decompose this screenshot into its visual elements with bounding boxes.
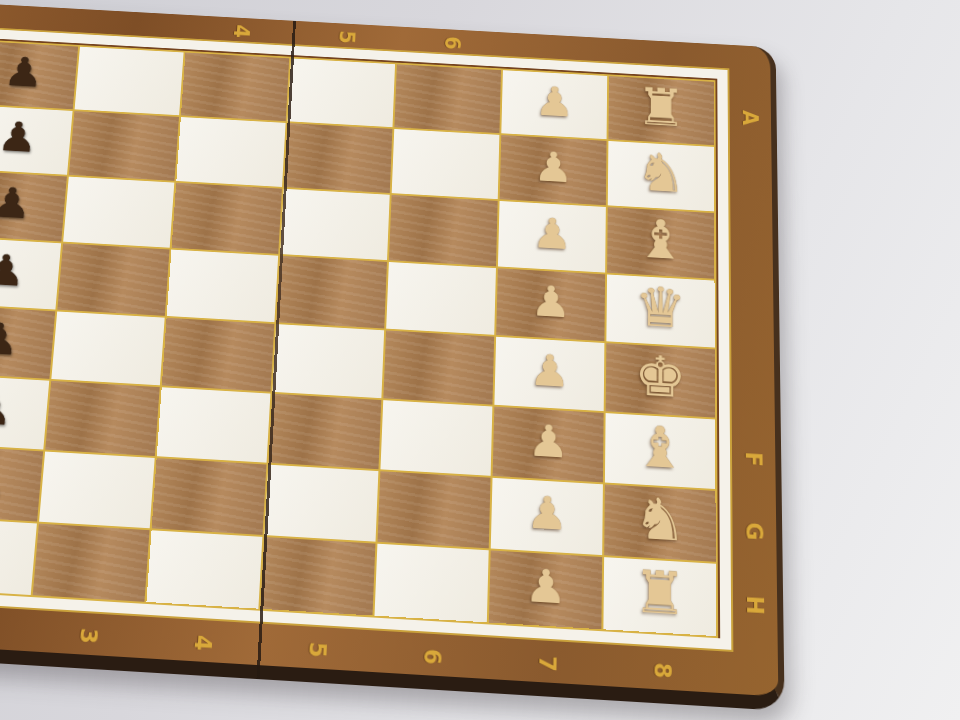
board-wooden-border: 456 ♜♟♟♜♞♟♟♞♝♟♟♝♛♟♟♛♚♟♟♚♝♟♟♝♞♟♟♞♜♟♟♜ 345… [0, 0, 785, 711]
square-c8: ♝ [607, 207, 714, 279]
black-pawn-b2: ♟ [0, 115, 39, 158]
square-f6 [380, 400, 492, 476]
board-inner-frame: ♜♟♟♜♞♟♟♞♝♟♟♝♛♟♟♛♚♟♟♚♝♟♟♝♞♟♟♞♜♟♟♜ [0, 31, 720, 638]
square-d3 [57, 243, 169, 315]
square-g3 [39, 452, 155, 529]
square-f8: ♝ [605, 413, 716, 489]
chess-board: 456 ♜♟♟♜♞♟♟♞♝♟♟♝♛♟♟♛♚♟♟♚♝♟♟♝♞♟♟♞♜♟♟♜ 345… [0, 0, 778, 701]
square-f2: ♟ [0, 374, 49, 449]
white-pawn-d7: ♟ [530, 279, 571, 324]
black-pawn-e2: ♟ [0, 316, 21, 361]
square-c7: ♟ [498, 201, 606, 273]
square-d5 [276, 256, 387, 329]
board-margin-strip: ♜♟♟♜♞♟♟♞♝♟♟♝♛♟♟♛♚♟♟♚♝♟♟♝♞♟♟♞♜♟♟♜ [0, 20, 733, 652]
square-g6 [378, 471, 491, 548]
square-h2: ♟ [0, 517, 37, 595]
white-pawn-g7: ♟ [526, 489, 569, 536]
square-a2: ♟ [0, 41, 78, 109]
square-d7: ♟ [496, 268, 605, 341]
black-pawn-a2: ♟ [2, 51, 45, 93]
square-g5 [264, 465, 378, 542]
square-f7: ♟ [493, 407, 604, 483]
white-pawn-f7: ♟ [527, 417, 569, 463]
square-c6 [389, 195, 498, 266]
square-a3 [75, 47, 184, 116]
white-pawn-e7: ♟ [529, 347, 571, 393]
square-e6 [383, 330, 494, 404]
coord-label-8: 8 [649, 613, 676, 720]
black-pawn-g2: ♟ [0, 456, 8, 503]
square-a8: ♜ [608, 76, 713, 145]
square-d2: ♟ [0, 237, 61, 309]
square-e7: ♟ [494, 337, 604, 411]
white-rook-a8: ♜ [636, 80, 687, 134]
square-a4 [181, 53, 289, 122]
coord-label-F: F [716, 445, 791, 474]
square-d4 [167, 250, 278, 323]
white-queen-d8: ♛ [635, 279, 687, 336]
square-g7: ♟ [491, 478, 603, 555]
photo-background: 456 ♜♟♟♜♞♟♟♞♝♟♟♝♛♟♟♛♚♟♟♚♝♟♟♝♞♟♟♞♜♟♟♜ 345… [0, 0, 960, 720]
square-b8: ♞ [608, 141, 714, 211]
square-b3 [69, 111, 179, 181]
square-a6 [394, 64, 501, 133]
square-d6 [386, 262, 496, 335]
square-a7: ♟ [501, 70, 607, 139]
square-f4 [157, 387, 271, 462]
square-c4 [172, 183, 282, 254]
coord-label-G: G [717, 517, 793, 546]
white-knight-b8: ♞ [635, 145, 686, 200]
coord-label-H: H [717, 590, 794, 620]
white-pawn-c7: ♟ [532, 211, 573, 255]
square-d8: ♛ [606, 274, 714, 347]
square-b4 [176, 117, 285, 187]
square-e5 [272, 324, 384, 398]
black-pawn-d2: ♟ [0, 248, 27, 292]
square-c2: ♟ [0, 171, 67, 242]
square-f3 [45, 381, 159, 456]
file-labels-right: AFGH [738, 85, 769, 643]
board-squares: ♜♟♟♜♞♟♟♞♝♟♟♝♛♟♟♛♚♟♟♚♝♟♟♝♞♟♟♞♜♟♟♜ [0, 33, 718, 638]
square-b2: ♟ [0, 105, 73, 175]
coord-label-A: A [715, 105, 787, 131]
black-pawn-h2: ♟ [0, 528, 2, 576]
square-e4 [162, 318, 275, 392]
white-king-e8: ♚ [634, 347, 687, 405]
white-bishop-c8: ♝ [635, 211, 687, 267]
white-pawn-a7: ♟ [534, 80, 574, 122]
square-b7: ♟ [500, 135, 607, 205]
square-b6 [392, 129, 500, 199]
white-pawn-h7: ♟ [524, 562, 567, 610]
square-c5 [280, 189, 390, 260]
white-knight-g8: ♞ [633, 489, 687, 550]
white-pawn-b7: ♟ [533, 145, 574, 188]
square-e8: ♚ [606, 343, 715, 417]
square-a5 [288, 58, 395, 127]
square-b5 [284, 123, 392, 193]
coord-label-5: 5 [302, 593, 334, 707]
black-pawn-c2: ♟ [0, 181, 33, 224]
square-e3 [51, 311, 164, 385]
coord-label-6: 6 [417, 600, 447, 715]
square-c3 [63, 177, 174, 248]
coord-label-7: 7 [533, 607, 561, 720]
white-bishop-f8: ♝ [634, 418, 687, 477]
black-pawn-f2: ♟ [0, 385, 15, 431]
square-e2: ♟ [0, 305, 55, 379]
square-g4 [152, 458, 267, 535]
square-g2: ♟ [0, 445, 43, 522]
square-f5 [269, 394, 382, 470]
square-g8: ♞ [604, 484, 716, 561]
